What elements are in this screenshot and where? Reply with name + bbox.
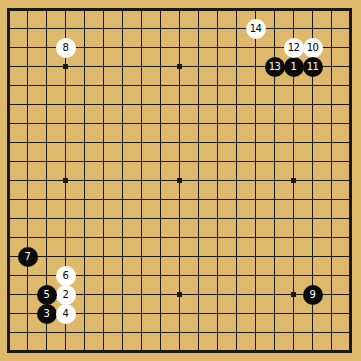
go-stone-white: 12 [284,38,304,58]
go-stone-black: 11 [303,57,323,77]
go-stone-black: 13 [265,57,285,77]
grid-line-horizontal [8,199,351,200]
go-stone-black: 9 [303,285,323,305]
stone-move-number: 1 [291,62,297,72]
grid-line-vertical [198,9,199,352]
grid-line-horizontal [8,332,351,333]
grid-line-horizontal [8,256,351,257]
stone-move-number: 11 [307,62,319,72]
grid-line-vertical [331,9,332,352]
grid-line-vertical [236,9,237,352]
star-point [291,178,296,183]
grid-line-horizontal [8,218,351,219]
star-point [63,178,68,183]
stone-move-number: 13 [269,62,281,72]
go-stone-white: 4 [56,304,76,324]
grid-line-horizontal [8,237,351,238]
stone-move-number: 6 [63,271,69,281]
go-stone-white: 8 [56,38,76,58]
go-stone-black: 7 [18,247,38,267]
go-stone-white: 6 [56,266,76,286]
star-point [177,178,182,183]
stone-move-number: 3 [44,309,50,319]
stone-move-number: 14 [250,24,262,34]
star-point [291,292,296,297]
grid-line-horizontal [7,350,352,353]
go-stone-white: 10 [303,38,323,58]
stone-move-number: 7 [25,252,31,262]
star-point [177,64,182,69]
star-point [63,64,68,69]
stone-move-number: 5 [44,290,50,300]
stone-move-number: 8 [63,43,69,53]
go-stone-white: 14 [246,19,266,39]
go-stone-white: 2 [56,285,76,305]
stone-move-number: 10 [307,43,319,53]
go-stone-black: 3 [37,304,57,324]
go-stone-black: 5 [37,285,57,305]
stone-move-number: 2 [63,290,69,300]
go-board-diagram: 1234567891011121314 [0,0,361,361]
star-point [177,292,182,297]
grid-line-vertical [217,9,218,352]
grid-line-vertical [349,9,352,352]
grid-line-vertical [255,9,256,352]
stone-move-number: 4 [63,309,69,319]
stone-move-number: 12 [288,43,300,53]
stone-move-number: 9 [310,290,316,300]
go-stone-black: 1 [284,57,304,77]
